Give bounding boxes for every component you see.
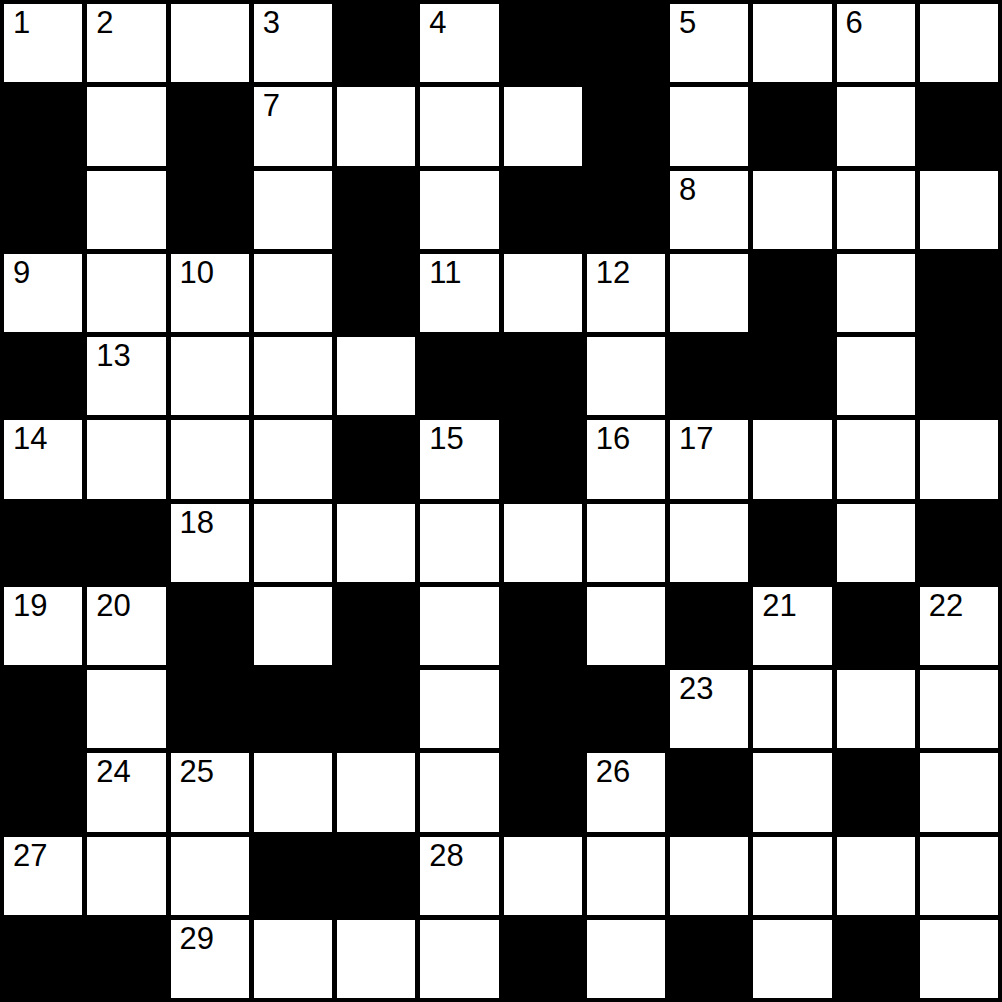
white-cell[interactable] [753,837,831,915]
white-cell[interactable] [254,420,332,498]
white-cell[interactable]: 27 [4,837,82,915]
black-cell [420,337,498,415]
black-cell [587,670,665,748]
white-cell[interactable] [670,504,748,582]
white-cell[interactable] [753,420,831,498]
black-cell [504,171,582,249]
white-cell[interactable]: 15 [420,420,498,498]
white-cell[interactable] [254,587,332,665]
clue-number: 22 [929,589,963,623]
clue-number: 29 [180,922,214,956]
clue-number: 20 [96,589,130,623]
white-cell[interactable] [920,171,998,249]
black-cell [587,4,665,82]
white-cell[interactable]: 16 [587,420,665,498]
white-cell[interactable] [254,753,332,831]
black-cell [4,87,82,165]
white-cell[interactable]: 25 [171,753,249,831]
clue-number: 11 [429,256,461,290]
black-cell [4,337,82,415]
black-cell [4,920,82,998]
black-cell [753,504,831,582]
black-cell [4,171,82,249]
black-cell [587,87,665,165]
white-cell[interactable] [920,753,998,831]
white-cell[interactable]: 3 [254,4,332,82]
white-cell[interactable]: 5 [670,4,748,82]
white-cell[interactable] [670,837,748,915]
white-cell[interactable] [587,837,665,915]
clue-number: 24 [96,755,130,789]
black-cell [920,337,998,415]
white-cell[interactable] [753,920,831,998]
white-cell[interactable]: 2 [87,4,165,82]
black-cell [670,753,748,831]
clue-number: 10 [180,256,214,290]
white-cell[interactable]: 7 [254,87,332,165]
black-cell [171,587,249,665]
white-cell[interactable] [587,587,665,665]
white-cell[interactable]: 24 [87,753,165,831]
white-cell[interactable]: 23 [670,670,748,748]
clue-number: 6 [846,6,863,40]
black-cell [504,670,582,748]
white-cell[interactable] [670,87,748,165]
white-cell[interactable]: 8 [670,171,748,249]
clue-number: 14 [13,422,47,456]
black-cell [670,587,748,665]
black-cell [337,670,415,748]
white-cell[interactable] [837,337,915,415]
white-cell[interactable] [337,337,415,415]
white-cell[interactable] [171,4,249,82]
white-cell[interactable]: 14 [4,420,82,498]
black-cell [504,4,582,82]
white-cell[interactable] [587,337,665,415]
white-cell[interactable] [920,670,998,748]
black-cell [837,587,915,665]
white-cell[interactable] [87,171,165,249]
white-cell[interactable] [837,837,915,915]
clue-number: 28 [429,839,463,873]
white-cell[interactable] [504,504,582,582]
white-cell[interactable] [920,4,998,82]
white-cell[interactable] [587,504,665,582]
black-cell [504,420,582,498]
white-cell[interactable] [837,504,915,582]
clue-number: 17 [679,422,713,456]
white-cell[interactable] [504,254,582,332]
black-cell [4,670,82,748]
clue-number: 18 [180,506,214,540]
clue-number: 21 [762,589,796,623]
white-cell[interactable] [254,337,332,415]
black-cell [504,920,582,998]
black-cell [254,670,332,748]
clue-number: 8 [679,173,696,207]
white-cell[interactable] [420,920,498,998]
clue-number: 15 [429,422,463,456]
white-cell[interactable] [254,254,332,332]
white-cell[interactable] [753,753,831,831]
crossword-grid: 1234567891011121314151617181920212223242… [0,0,1002,1002]
white-cell[interactable] [753,171,831,249]
white-cell[interactable] [337,87,415,165]
white-cell[interactable]: 20 [87,587,165,665]
white-cell[interactable] [337,504,415,582]
black-cell [87,504,165,582]
clue-number: 12 [596,256,630,290]
clue-number: 25 [180,755,214,789]
black-cell [337,171,415,249]
white-cell[interactable]: 26 [587,753,665,831]
white-cell[interactable] [254,920,332,998]
clue-number: 4 [429,6,446,40]
white-cell[interactable]: 29 [171,920,249,998]
white-cell[interactable] [420,87,498,165]
white-cell[interactable] [420,504,498,582]
white-cell[interactable] [837,87,915,165]
white-cell[interactable] [920,920,998,998]
white-cell[interactable] [171,337,249,415]
white-cell[interactable] [837,254,915,332]
white-cell[interactable] [504,837,582,915]
black-cell [670,337,748,415]
white-cell[interactable] [504,87,582,165]
clue-number: 9 [13,256,30,290]
white-cell[interactable] [753,4,831,82]
white-cell[interactable] [171,420,249,498]
white-cell[interactable]: 13 [87,337,165,415]
black-cell [337,4,415,82]
white-cell[interactable]: 22 [920,587,998,665]
white-cell[interactable] [87,254,165,332]
black-cell [337,587,415,665]
black-cell [753,87,831,165]
clue-number: 13 [96,339,130,373]
white-cell[interactable] [337,753,415,831]
white-cell[interactable]: 19 [4,587,82,665]
white-cell[interactable] [254,504,332,582]
black-cell [337,837,415,915]
clue-number: 7 [263,89,280,123]
clue-number: 2 [96,6,113,40]
white-cell[interactable] [587,920,665,998]
white-cell[interactable] [337,920,415,998]
clue-number: 1 [13,6,30,40]
black-cell [337,420,415,498]
black-cell [753,337,831,415]
black-cell [171,670,249,748]
white-cell[interactable]: 6 [837,4,915,82]
white-cell[interactable]: 9 [4,254,82,332]
white-cell[interactable] [420,171,498,249]
white-cell[interactable] [87,837,165,915]
white-cell[interactable] [87,420,165,498]
black-cell [587,171,665,249]
white-cell[interactable]: 18 [171,504,249,582]
clue-number: 23 [679,672,713,706]
white-cell[interactable] [420,753,498,831]
white-cell[interactable] [753,670,831,748]
black-cell [920,504,998,582]
white-cell[interactable]: 21 [753,587,831,665]
black-cell [171,87,249,165]
white-cell[interactable]: 17 [670,420,748,498]
white-cell[interactable]: 1 [4,4,82,82]
black-cell [337,254,415,332]
black-cell [4,504,82,582]
black-cell [171,171,249,249]
white-cell[interactable] [420,587,498,665]
black-cell [670,920,748,998]
black-cell [837,920,915,998]
white-cell[interactable] [87,670,165,748]
clue-number: 5 [679,6,696,40]
black-cell [837,753,915,831]
white-cell[interactable] [87,87,165,165]
clue-number: 26 [596,755,630,789]
clue-number: 16 [596,422,630,456]
clue-number: 3 [263,6,280,40]
black-cell [920,254,998,332]
clue-number: 27 [13,839,47,873]
clue-number: 19 [13,589,47,623]
black-cell [87,920,165,998]
black-cell [504,337,582,415]
white-cell[interactable]: 12 [587,254,665,332]
white-cell[interactable]: 4 [420,4,498,82]
white-cell[interactable] [837,670,915,748]
white-cell[interactable] [920,837,998,915]
white-cell[interactable] [920,420,998,498]
white-cell[interactable]: 28 [420,837,498,915]
black-cell [504,753,582,831]
white-cell[interactable]: 11 [420,254,498,332]
white-cell[interactable] [837,171,915,249]
white-cell[interactable]: 10 [171,254,249,332]
white-cell[interactable] [420,670,498,748]
black-cell [4,753,82,831]
black-cell [254,837,332,915]
white-cell[interactable] [171,837,249,915]
black-cell [504,587,582,665]
white-cell[interactable] [837,420,915,498]
white-cell[interactable] [670,254,748,332]
white-cell[interactable] [254,171,332,249]
black-cell [920,87,998,165]
black-cell [753,254,831,332]
